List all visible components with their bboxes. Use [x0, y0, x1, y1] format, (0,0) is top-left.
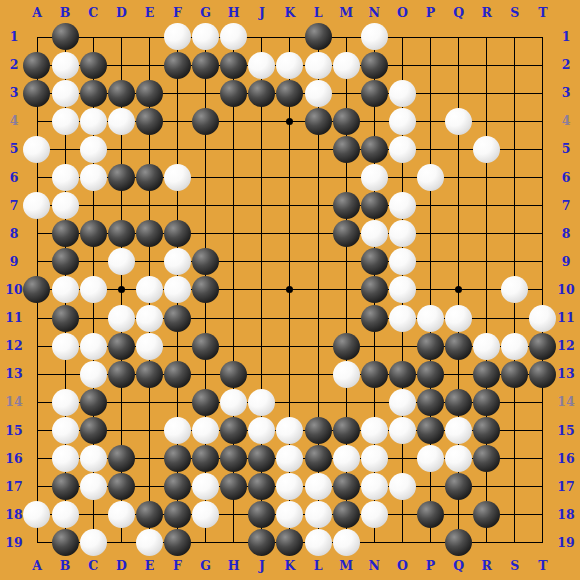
intersection-H16[interactable] [220, 445, 248, 473]
intersection-L1[interactable] [304, 23, 332, 51]
intersection-T16[interactable] [529, 445, 557, 473]
intersection-K12[interactable] [276, 332, 304, 360]
intersection-C11[interactable] [79, 304, 107, 332]
intersection-C13[interactable] [79, 360, 107, 388]
intersection-C5[interactable] [79, 135, 107, 163]
intersection-K13[interactable] [276, 360, 304, 388]
intersection-N7[interactable] [360, 192, 388, 220]
intersection-T18[interactable] [529, 501, 557, 529]
intersection-A9[interactable] [23, 248, 51, 276]
intersection-D10[interactable] [107, 276, 135, 304]
intersection-T13[interactable] [529, 360, 557, 388]
intersection-S18[interactable] [501, 501, 529, 529]
intersection-N17[interactable] [360, 473, 388, 501]
intersection-E2[interactable] [135, 51, 163, 79]
intersection-A6[interactable] [23, 163, 51, 191]
intersection-N14[interactable] [360, 388, 388, 416]
intersection-P12[interactable] [416, 332, 444, 360]
intersection-G9[interactable] [192, 248, 220, 276]
intersection-D12[interactable] [107, 332, 135, 360]
intersection-K14[interactable] [276, 388, 304, 416]
intersection-O8[interactable] [388, 220, 416, 248]
intersection-C2[interactable] [79, 51, 107, 79]
intersection-E7[interactable] [135, 192, 163, 220]
intersection-B17[interactable] [51, 473, 79, 501]
intersection-G2[interactable] [192, 51, 220, 79]
intersection-P17[interactable] [416, 473, 444, 501]
intersection-O10[interactable] [388, 276, 416, 304]
intersection-A1[interactable] [23, 23, 51, 51]
intersection-H15[interactable] [220, 416, 248, 444]
intersection-H14[interactable] [220, 388, 248, 416]
intersection-N12[interactable] [360, 332, 388, 360]
intersection-M13[interactable] [332, 360, 360, 388]
intersection-J8[interactable] [248, 220, 276, 248]
intersection-E8[interactable] [135, 220, 163, 248]
intersection-A8[interactable] [23, 220, 51, 248]
intersection-D18[interactable] [107, 501, 135, 529]
intersection-R19[interactable] [473, 529, 501, 557]
intersection-O16[interactable] [388, 445, 416, 473]
intersection-Q14[interactable] [445, 388, 473, 416]
intersection-K9[interactable] [276, 248, 304, 276]
intersection-C7[interactable] [79, 192, 107, 220]
intersection-A15[interactable] [23, 416, 51, 444]
intersection-A12[interactable] [23, 332, 51, 360]
intersection-Q12[interactable] [445, 332, 473, 360]
intersection-P15[interactable] [416, 416, 444, 444]
intersection-M15[interactable] [332, 416, 360, 444]
intersection-M6[interactable] [332, 163, 360, 191]
intersection-N15[interactable] [360, 416, 388, 444]
intersection-D19[interactable] [107, 529, 135, 557]
intersection-J15[interactable] [248, 416, 276, 444]
intersection-F16[interactable] [163, 445, 191, 473]
intersection-B6[interactable] [51, 163, 79, 191]
intersection-G8[interactable] [192, 220, 220, 248]
intersection-G19[interactable] [192, 529, 220, 557]
intersection-M4[interactable] [332, 107, 360, 135]
intersection-H7[interactable] [220, 192, 248, 220]
intersection-Q1[interactable] [445, 23, 473, 51]
intersection-G16[interactable] [192, 445, 220, 473]
intersection-J1[interactable] [248, 23, 276, 51]
intersection-Q4[interactable] [445, 107, 473, 135]
intersection-P6[interactable] [416, 163, 444, 191]
intersection-B1[interactable] [51, 23, 79, 51]
intersection-H5[interactable] [220, 135, 248, 163]
intersection-L9[interactable] [304, 248, 332, 276]
intersection-D6[interactable] [107, 163, 135, 191]
intersection-K5[interactable] [276, 135, 304, 163]
intersection-J14[interactable] [248, 388, 276, 416]
intersection-F3[interactable] [163, 79, 191, 107]
intersection-N5[interactable] [360, 135, 388, 163]
intersection-C19[interactable] [79, 529, 107, 557]
intersection-E5[interactable] [135, 135, 163, 163]
intersection-L18[interactable] [304, 501, 332, 529]
intersection-R6[interactable] [473, 163, 501, 191]
intersection-R14[interactable] [473, 388, 501, 416]
intersection-T19[interactable] [529, 529, 557, 557]
intersection-B5[interactable] [51, 135, 79, 163]
intersection-P1[interactable] [416, 23, 444, 51]
intersection-P4[interactable] [416, 107, 444, 135]
intersection-R10[interactable] [473, 276, 501, 304]
intersection-O12[interactable] [388, 332, 416, 360]
intersection-T8[interactable] [529, 220, 557, 248]
intersection-S8[interactable] [501, 220, 529, 248]
intersection-E11[interactable] [135, 304, 163, 332]
intersection-T14[interactable] [529, 388, 557, 416]
intersection-D16[interactable] [107, 445, 135, 473]
intersection-F14[interactable] [163, 388, 191, 416]
intersection-N18[interactable] [360, 501, 388, 529]
intersection-A2[interactable] [23, 51, 51, 79]
intersection-L19[interactable] [304, 529, 332, 557]
intersection-K16[interactable] [276, 445, 304, 473]
intersection-R1[interactable] [473, 23, 501, 51]
intersection-G18[interactable] [192, 501, 220, 529]
intersection-G3[interactable] [192, 79, 220, 107]
intersection-N10[interactable] [360, 276, 388, 304]
intersection-C9[interactable] [79, 248, 107, 276]
intersection-P14[interactable] [416, 388, 444, 416]
intersection-O11[interactable] [388, 304, 416, 332]
intersection-F17[interactable] [163, 473, 191, 501]
intersection-B16[interactable] [51, 445, 79, 473]
intersection-F9[interactable] [163, 248, 191, 276]
intersection-L14[interactable] [304, 388, 332, 416]
intersection-J9[interactable] [248, 248, 276, 276]
intersection-R11[interactable] [473, 304, 501, 332]
intersection-M8[interactable] [332, 220, 360, 248]
intersection-D14[interactable] [107, 388, 135, 416]
intersection-S11[interactable] [501, 304, 529, 332]
intersection-K18[interactable] [276, 501, 304, 529]
intersection-H3[interactable] [220, 79, 248, 107]
intersection-T12[interactable] [529, 332, 557, 360]
intersection-K19[interactable] [276, 529, 304, 557]
intersection-B18[interactable] [51, 501, 79, 529]
intersection-K10[interactable] [276, 276, 304, 304]
intersection-B10[interactable] [51, 276, 79, 304]
intersection-G7[interactable] [192, 192, 220, 220]
intersection-H9[interactable] [220, 248, 248, 276]
intersection-T17[interactable] [529, 473, 557, 501]
intersection-E19[interactable] [135, 529, 163, 557]
intersection-S15[interactable] [501, 416, 529, 444]
intersection-F13[interactable] [163, 360, 191, 388]
intersection-R16[interactable] [473, 445, 501, 473]
intersection-H4[interactable] [220, 107, 248, 135]
intersection-A19[interactable] [23, 529, 51, 557]
intersection-B3[interactable] [51, 79, 79, 107]
intersection-M19[interactable] [332, 529, 360, 557]
intersection-D15[interactable] [107, 416, 135, 444]
intersection-N19[interactable] [360, 529, 388, 557]
intersection-P9[interactable] [416, 248, 444, 276]
intersection-Q5[interactable] [445, 135, 473, 163]
intersection-K6[interactable] [276, 163, 304, 191]
intersection-J4[interactable] [248, 107, 276, 135]
intersection-J17[interactable] [248, 473, 276, 501]
intersection-R9[interactable] [473, 248, 501, 276]
intersection-G14[interactable] [192, 388, 220, 416]
intersection-K2[interactable] [276, 51, 304, 79]
intersection-P8[interactable] [416, 220, 444, 248]
intersection-B12[interactable] [51, 332, 79, 360]
intersection-D17[interactable] [107, 473, 135, 501]
intersection-Q16[interactable] [445, 445, 473, 473]
intersection-H11[interactable] [220, 304, 248, 332]
intersection-N9[interactable] [360, 248, 388, 276]
intersection-C17[interactable] [79, 473, 107, 501]
intersection-S3[interactable] [501, 79, 529, 107]
intersection-T7[interactable] [529, 192, 557, 220]
intersection-N11[interactable] [360, 304, 388, 332]
intersection-R13[interactable] [473, 360, 501, 388]
intersection-Q17[interactable] [445, 473, 473, 501]
intersection-F11[interactable] [163, 304, 191, 332]
intersection-N8[interactable] [360, 220, 388, 248]
intersection-P11[interactable] [416, 304, 444, 332]
intersection-L17[interactable] [304, 473, 332, 501]
intersection-J7[interactable] [248, 192, 276, 220]
intersection-D13[interactable] [107, 360, 135, 388]
intersection-J19[interactable] [248, 529, 276, 557]
intersection-N16[interactable] [360, 445, 388, 473]
intersection-E1[interactable] [135, 23, 163, 51]
intersection-E15[interactable] [135, 416, 163, 444]
intersection-F18[interactable] [163, 501, 191, 529]
intersection-C16[interactable] [79, 445, 107, 473]
intersection-T1[interactable] [529, 23, 557, 51]
intersection-M18[interactable] [332, 501, 360, 529]
intersection-S19[interactable] [501, 529, 529, 557]
intersection-D3[interactable] [107, 79, 135, 107]
intersection-P16[interactable] [416, 445, 444, 473]
intersection-Q18[interactable] [445, 501, 473, 529]
intersection-O9[interactable] [388, 248, 416, 276]
intersection-B15[interactable] [51, 416, 79, 444]
intersection-M11[interactable] [332, 304, 360, 332]
intersection-Q10[interactable] [445, 276, 473, 304]
intersection-L5[interactable] [304, 135, 332, 163]
intersection-H10[interactable] [220, 276, 248, 304]
intersection-F5[interactable] [163, 135, 191, 163]
intersection-R2[interactable] [473, 51, 501, 79]
intersection-R17[interactable] [473, 473, 501, 501]
intersection-E12[interactable] [135, 332, 163, 360]
intersection-L2[interactable] [304, 51, 332, 79]
intersection-G1[interactable] [192, 23, 220, 51]
intersection-J10[interactable] [248, 276, 276, 304]
intersection-N13[interactable] [360, 360, 388, 388]
intersection-L11[interactable] [304, 304, 332, 332]
intersection-J11[interactable] [248, 304, 276, 332]
intersection-S13[interactable] [501, 360, 529, 388]
intersection-T3[interactable] [529, 79, 557, 107]
intersection-O1[interactable] [388, 23, 416, 51]
intersection-Q13[interactable] [445, 360, 473, 388]
intersection-Q7[interactable] [445, 192, 473, 220]
intersection-N2[interactable] [360, 51, 388, 79]
intersection-L10[interactable] [304, 276, 332, 304]
intersection-N6[interactable] [360, 163, 388, 191]
intersection-H2[interactable] [220, 51, 248, 79]
intersection-M7[interactable] [332, 192, 360, 220]
intersection-J16[interactable] [248, 445, 276, 473]
intersection-R7[interactable] [473, 192, 501, 220]
intersection-J3[interactable] [248, 79, 276, 107]
intersection-F7[interactable] [163, 192, 191, 220]
intersection-O2[interactable] [388, 51, 416, 79]
intersection-K15[interactable] [276, 416, 304, 444]
intersection-F15[interactable] [163, 416, 191, 444]
intersection-E13[interactable] [135, 360, 163, 388]
intersection-S5[interactable] [501, 135, 529, 163]
intersection-T11[interactable] [529, 304, 557, 332]
intersection-G15[interactable] [192, 416, 220, 444]
intersection-A7[interactable] [23, 192, 51, 220]
intersection-S1[interactable] [501, 23, 529, 51]
intersection-D9[interactable] [107, 248, 135, 276]
intersection-H12[interactable] [220, 332, 248, 360]
intersection-M3[interactable] [332, 79, 360, 107]
intersection-J5[interactable] [248, 135, 276, 163]
intersection-Q6[interactable] [445, 163, 473, 191]
intersection-T6[interactable] [529, 163, 557, 191]
intersection-J18[interactable] [248, 501, 276, 529]
intersection-Q15[interactable] [445, 416, 473, 444]
intersection-S14[interactable] [501, 388, 529, 416]
intersection-M12[interactable] [332, 332, 360, 360]
intersection-C14[interactable] [79, 388, 107, 416]
intersection-R5[interactable] [473, 135, 501, 163]
intersection-A5[interactable] [23, 135, 51, 163]
intersection-O15[interactable] [388, 416, 416, 444]
intersection-L7[interactable] [304, 192, 332, 220]
intersection-L6[interactable] [304, 163, 332, 191]
intersection-T5[interactable] [529, 135, 557, 163]
intersection-D5[interactable] [107, 135, 135, 163]
intersection-F12[interactable] [163, 332, 191, 360]
intersection-N3[interactable] [360, 79, 388, 107]
intersection-C10[interactable] [79, 276, 107, 304]
intersection-M9[interactable] [332, 248, 360, 276]
intersection-B2[interactable] [51, 51, 79, 79]
intersection-A17[interactable] [23, 473, 51, 501]
intersection-S2[interactable] [501, 51, 529, 79]
intersection-Q9[interactable] [445, 248, 473, 276]
intersection-D8[interactable] [107, 220, 135, 248]
intersection-E10[interactable] [135, 276, 163, 304]
intersection-E6[interactable] [135, 163, 163, 191]
intersection-D11[interactable] [107, 304, 135, 332]
intersection-G5[interactable] [192, 135, 220, 163]
intersection-T9[interactable] [529, 248, 557, 276]
intersection-A13[interactable] [23, 360, 51, 388]
intersection-B11[interactable] [51, 304, 79, 332]
intersection-O5[interactable] [388, 135, 416, 163]
intersection-E16[interactable] [135, 445, 163, 473]
intersection-Q19[interactable] [445, 529, 473, 557]
intersection-C3[interactable] [79, 79, 107, 107]
intersection-S12[interactable] [501, 332, 529, 360]
intersection-G17[interactable] [192, 473, 220, 501]
intersection-M5[interactable] [332, 135, 360, 163]
intersection-K7[interactable] [276, 192, 304, 220]
intersection-F8[interactable] [163, 220, 191, 248]
intersection-B4[interactable] [51, 107, 79, 135]
intersection-C18[interactable] [79, 501, 107, 529]
intersection-K11[interactable] [276, 304, 304, 332]
intersection-C6[interactable] [79, 163, 107, 191]
intersection-D7[interactable] [107, 192, 135, 220]
intersection-T15[interactable] [529, 416, 557, 444]
intersection-E18[interactable] [135, 501, 163, 529]
intersection-B14[interactable] [51, 388, 79, 416]
intersection-T10[interactable] [529, 276, 557, 304]
intersection-R15[interactable] [473, 416, 501, 444]
intersection-A18[interactable] [23, 501, 51, 529]
intersection-G6[interactable] [192, 163, 220, 191]
intersection-R12[interactable] [473, 332, 501, 360]
intersection-M1[interactable] [332, 23, 360, 51]
intersection-O3[interactable] [388, 79, 416, 107]
intersection-P19[interactable] [416, 529, 444, 557]
intersection-Q2[interactable] [445, 51, 473, 79]
intersection-O7[interactable] [388, 192, 416, 220]
intersection-T4[interactable] [529, 107, 557, 135]
intersection-D1[interactable] [107, 23, 135, 51]
intersection-E3[interactable] [135, 79, 163, 107]
intersection-E9[interactable] [135, 248, 163, 276]
intersection-H18[interactable] [220, 501, 248, 529]
intersection-A14[interactable] [23, 388, 51, 416]
intersection-G13[interactable] [192, 360, 220, 388]
intersection-D4[interactable] [107, 107, 135, 135]
intersection-C8[interactable] [79, 220, 107, 248]
intersection-F2[interactable] [163, 51, 191, 79]
intersection-S10[interactable] [501, 276, 529, 304]
intersection-B8[interactable] [51, 220, 79, 248]
intersection-Q11[interactable] [445, 304, 473, 332]
intersection-G12[interactable] [192, 332, 220, 360]
intersection-P18[interactable] [416, 501, 444, 529]
intersection-A10[interactable] [23, 276, 51, 304]
intersection-D2[interactable] [107, 51, 135, 79]
intersection-E4[interactable] [135, 107, 163, 135]
intersection-T2[interactable] [529, 51, 557, 79]
intersection-F6[interactable] [163, 163, 191, 191]
intersection-C1[interactable] [79, 23, 107, 51]
intersection-F4[interactable] [163, 107, 191, 135]
intersection-R3[interactable] [473, 79, 501, 107]
intersection-S6[interactable] [501, 163, 529, 191]
intersection-H8[interactable] [220, 220, 248, 248]
intersection-E17[interactable] [135, 473, 163, 501]
intersection-J12[interactable] [248, 332, 276, 360]
intersection-O4[interactable] [388, 107, 416, 135]
intersection-L4[interactable] [304, 107, 332, 135]
intersection-C15[interactable] [79, 416, 107, 444]
intersection-J6[interactable] [248, 163, 276, 191]
intersection-H19[interactable] [220, 529, 248, 557]
intersection-L8[interactable] [304, 220, 332, 248]
intersection-P2[interactable] [416, 51, 444, 79]
